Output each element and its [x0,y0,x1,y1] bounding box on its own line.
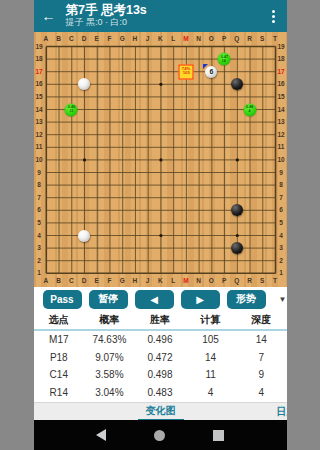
coord-col-bottom: J [146,278,150,285]
ai-candidate-marker[interactable]: 0.4714 [218,53,231,66]
coord-col-top: O [209,36,214,43]
coord-col-top: R [247,36,252,43]
coord-row-left: 14 [35,106,42,113]
white-stone [78,78,90,90]
nav-recents-icon[interactable] [213,430,224,441]
star-point [235,234,238,237]
nav-home-icon[interactable] [154,430,165,441]
analysis-cell: R14 [34,387,85,398]
coord-row-left: 7 [37,194,41,201]
column-header: 深度 [236,313,287,327]
move-number-label: 6 [209,68,213,75]
coord-col-bottom: M [183,278,188,285]
control-bar: Pass暂停◀▶形势▼ [34,287,287,311]
title-block: 第7手 思考13s 提子 黑:0 · 白:0 [66,4,261,28]
coord-row-right: 8 [279,182,283,189]
pause-button[interactable]: 暂停 [89,290,128,309]
ai-candidate-marker[interactable]: 0.484 [243,103,256,116]
analysis-cell: 0.483 [135,387,186,398]
coord-row-right: 15 [277,94,284,101]
ai-candidate-marker[interactable]: 0.4911 [65,103,78,116]
coord-row-right: 13 [277,119,284,126]
coord-row-right: 9 [279,169,283,176]
coord-col-bottom: P [222,278,226,285]
coord-col-bottom: N [196,278,201,285]
pass-button[interactable]: Pass [43,290,82,309]
captures-subtitle: 提子 黑:0 · 白:0 [66,18,261,28]
coord-row-left: 17 [35,68,42,75]
analysis-cell: 0.498 [135,369,186,380]
analysis-cell: 105 [185,334,236,345]
coord-col-bottom: C [69,278,74,285]
coord-col-bottom: F [107,278,111,285]
coord-col-bottom: A [43,278,48,285]
analysis-cell: M17 [34,334,85,345]
analysis-cell: 0.472 [135,352,186,363]
overflow-menu-icon[interactable] [261,10,287,23]
page-title: 第7手 思考13s [66,4,261,18]
bottom-tab-bar: 变化图 日志 [34,402,287,420]
coord-col-top: B [56,36,61,43]
coord-col-top: N [196,36,201,43]
coord-row-left: 3 [37,245,41,252]
coord-row-right: 19 [277,43,284,50]
board-grid [34,32,287,287]
situation-button[interactable]: 形势 [227,290,266,309]
coord-col-bottom: H [133,278,138,285]
coord-col-bottom: K [158,278,163,285]
coord-col-bottom: R [247,278,252,285]
white-stone [78,230,90,242]
coord-col-top: L [171,36,175,43]
coord-col-bottom: G [120,278,125,285]
analysis-row[interactable]: C143.58%0.498119 [34,366,287,384]
coord-row-left: 19 [35,43,42,50]
analysis-cell: 3.58% [84,369,135,380]
coord-row-left: 13 [35,119,42,126]
black-stone [231,242,243,254]
coord-row-right: 14 [277,106,284,113]
chevron-down-icon[interactable]: ▼ [279,295,287,304]
coord-row-right: 7 [279,194,283,201]
coord-row-right: 11 [278,144,285,151]
go-board[interactable]: AABBCCDDEEFFGGHHJJKKLLMMNNOOPPQQRRSSTT19… [34,32,287,287]
coord-col-bottom: T [273,278,277,285]
coord-col-top: S [260,36,264,43]
coord-col-top: C [69,36,74,43]
column-header: 胜率 [135,313,186,327]
coord-row-right: 12 [277,131,284,138]
android-nav-bar [34,420,287,450]
analysis-row[interactable]: R143.04%0.48344 [34,384,287,402]
coord-row-left: 1 [37,270,41,277]
coord-row-left: 5 [37,220,41,227]
last-move-marker-icon [203,64,208,69]
coord-row-right: 16 [277,81,284,88]
back-arrow-icon[interactable]: ← [34,8,64,24]
coord-col-top: G [120,36,125,43]
app-screen: ← 第7手 思考13s 提子 黑:0 · 白:0 AABBCCDDEEFFGGH… [34,0,287,450]
column-header: 选点 [34,313,85,327]
coord-col-top: A [43,36,48,43]
coord-col-top: M [183,36,188,43]
coord-col-top: J [146,36,150,43]
black-stone [231,78,243,90]
coord-row-right: 4 [279,232,283,239]
analysis-cell: 3.04% [84,387,135,398]
coord-row-left: 10 [35,157,42,164]
coord-col-bottom: O [209,278,214,285]
coord-col-bottom: S [260,278,264,285]
analysis-cell: 9.07% [84,352,135,363]
column-header: 概率 [84,313,135,327]
analysis-cell: 0.496 [135,334,186,345]
coord-row-right: 17 [277,68,284,75]
coord-col-top: E [95,36,99,43]
column-header: 计算 [185,313,236,327]
analysis-cell: 14 [185,352,236,363]
coord-row-right: 3 [279,245,283,252]
coord-row-right: 10 [277,157,284,164]
coord-row-left: 15 [35,94,42,101]
analysis-cell: 7 [236,352,287,363]
coord-col-top: P [222,36,226,43]
star-point [82,158,85,161]
coord-col-top: D [82,36,87,43]
coord-row-left: 4 [37,232,41,239]
coord-col-bottom: E [95,278,99,285]
ai-best-move-marker[interactable]: 74%105 [178,64,193,79]
coord-row-left: 8 [37,182,41,189]
coord-col-top: K [158,36,163,43]
coord-col-bottom: D [82,278,87,285]
next-move-button[interactable]: ▶ [181,290,220,309]
coord-row-right: 5 [279,220,283,227]
analysis-header-row: 选点概率胜率计算深度 [34,311,287,331]
prev-move-button[interactable]: ◀ [135,290,174,309]
star-point [159,83,162,86]
coord-col-bottom: B [56,278,61,285]
coord-row-left: 18 [35,56,42,63]
analysis-row[interactable]: P189.07%0.472147 [34,349,287,367]
star-point [159,234,162,237]
coord-row-left: 11 [36,144,43,151]
analysis-row[interactable]: M1774.63%0.49610514 [34,331,287,349]
star-point [235,158,238,161]
coord-row-left: 9 [37,169,41,176]
analysis-cell: 14 [236,334,287,345]
coord-row-left: 16 [35,81,42,88]
coord-col-bottom: Q [234,278,239,285]
app-bar: ← 第7手 思考13s 提子 黑:0 · 白:0 [34,0,287,32]
analysis-cell: 4 [236,387,287,398]
analysis-cell: 74.63% [84,334,135,345]
coord-row-right: 18 [277,56,284,63]
coord-col-top: H [133,36,138,43]
nav-back-icon[interactable] [96,429,106,441]
star-point [159,158,162,161]
coord-col-bottom: L [171,278,175,285]
coord-row-left: 2 [37,257,41,264]
coord-row-right: 1 [279,270,283,277]
coord-row-left: 12 [35,131,42,138]
analysis-cell: 11 [185,369,236,380]
analysis-cell: 4 [185,387,236,398]
black-stone [231,204,243,216]
white-stone: 6 [205,66,217,78]
coord-col-top: Q [234,36,239,43]
tab-variation-diagram[interactable]: 变化图 [138,403,184,421]
coord-row-right: 2 [279,257,283,264]
analysis-cell: 9 [236,369,287,380]
analysis-cell: C14 [34,369,85,380]
coord-row-left: 6 [37,207,41,214]
tab-log[interactable]: 日志 [270,403,287,421]
coord-row-right: 6 [279,207,283,214]
coord-col-top: F [107,36,111,43]
analysis-table: 选点概率胜率计算深度M1774.63%0.49610514P189.07%0.4… [34,311,287,401]
analysis-cell: P18 [34,352,85,363]
